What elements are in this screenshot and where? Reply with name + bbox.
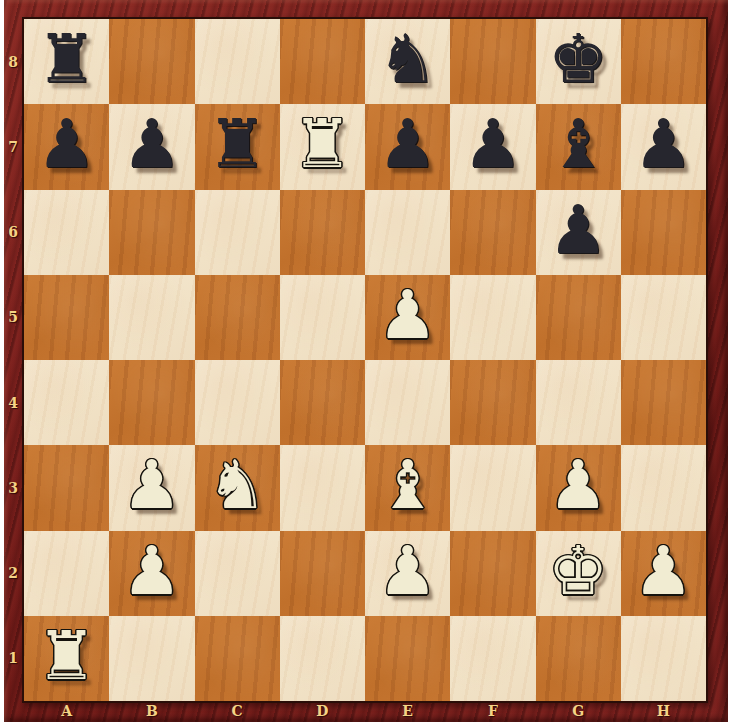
square-a8[interactable]: ♜ [24, 19, 109, 104]
piece-white-pawn[interactable]: ♟ [122, 452, 182, 519]
rank-label-4: 4 [8, 395, 18, 411]
piece-white-pawn[interactable]: ♟ [548, 452, 608, 519]
square-h8[interactable] [621, 19, 706, 104]
piece-black-king[interactable]: ♚ [548, 26, 608, 93]
square-f1[interactable] [450, 616, 535, 701]
square-c2[interactable] [195, 531, 280, 616]
square-c8[interactable] [195, 19, 280, 104]
square-e4[interactable] [365, 360, 450, 445]
square-f6[interactable] [450, 190, 535, 275]
piece-white-pawn[interactable]: ♟ [122, 538, 182, 605]
square-h1[interactable] [621, 616, 706, 701]
rank-label-3: 3 [8, 480, 18, 496]
square-b5[interactable] [109, 275, 194, 360]
square-d8[interactable] [280, 19, 365, 104]
piece-black-knight[interactable]: ♞ [378, 26, 438, 93]
square-c1[interactable] [195, 616, 280, 701]
square-b8[interactable] [109, 19, 194, 104]
piece-white-bishop[interactable]: ♝ [378, 452, 438, 519]
rank-label-5: 5 [8, 309, 18, 325]
piece-white-knight[interactable]: ♞ [207, 452, 267, 519]
file-label-b: B [146, 703, 158, 719]
piece-white-rook[interactable]: ♜ [37, 623, 97, 690]
square-b4[interactable] [109, 360, 194, 445]
square-d4[interactable] [280, 360, 365, 445]
square-h6[interactable] [621, 190, 706, 275]
piece-black-pawn[interactable]: ♟ [378, 111, 438, 178]
file-label-f: F [488, 703, 498, 719]
square-h7[interactable]: ♟ [621, 104, 706, 189]
chess-board: ♜♞♚♟♟♜♜♟♟♝♟♟♟♟♞♝♟♟♟♚♟♜ [22, 17, 708, 703]
rank-label-7: 7 [8, 139, 18, 155]
file-label-a: A [61, 703, 72, 719]
square-g8[interactable]: ♚ [536, 19, 621, 104]
piece-black-pawn[interactable]: ♟ [633, 111, 693, 178]
piece-black-rook[interactable]: ♜ [207, 111, 267, 178]
square-c5[interactable] [195, 275, 280, 360]
file-label-d: D [316, 703, 328, 719]
square-f2[interactable] [450, 531, 535, 616]
square-e3[interactable]: ♝ [365, 445, 450, 530]
piece-black-rook[interactable]: ♜ [37, 26, 97, 93]
square-g1[interactable] [536, 616, 621, 701]
square-e5[interactable]: ♟ [365, 275, 450, 360]
piece-black-pawn[interactable]: ♟ [122, 111, 182, 178]
file-label-e: E [402, 703, 413, 719]
square-f4[interactable] [450, 360, 535, 445]
square-b6[interactable] [109, 190, 194, 275]
square-g4[interactable] [536, 360, 621, 445]
rank-label-6: 6 [8, 224, 18, 240]
square-d7[interactable]: ♜ [280, 104, 365, 189]
square-h2[interactable]: ♟ [621, 531, 706, 616]
piece-black-bishop[interactable]: ♝ [548, 111, 608, 178]
square-d1[interactable] [280, 616, 365, 701]
square-c4[interactable] [195, 360, 280, 445]
chess-diagram: ♜♞♚♟♟♜♜♟♟♝♟♟♟♟♞♝♟♟♟♚♟♜ 87654321ABCDEFGH [0, 0, 730, 727]
square-h3[interactable] [621, 445, 706, 530]
piece-white-king[interactable]: ♚ [548, 538, 608, 605]
piece-white-pawn[interactable]: ♟ [378, 282, 438, 349]
square-e7[interactable]: ♟ [365, 104, 450, 189]
square-d3[interactable] [280, 445, 365, 530]
rank-label-8: 8 [8, 54, 18, 70]
square-a1[interactable]: ♜ [24, 616, 109, 701]
file-label-g: G [572, 703, 584, 719]
square-f7[interactable]: ♟ [450, 104, 535, 189]
square-a5[interactable] [24, 275, 109, 360]
square-g2[interactable]: ♚ [536, 531, 621, 616]
square-g7[interactable]: ♝ [536, 104, 621, 189]
square-b2[interactable]: ♟ [109, 531, 194, 616]
square-h4[interactable] [621, 360, 706, 445]
square-e1[interactable] [365, 616, 450, 701]
square-e6[interactable] [365, 190, 450, 275]
square-h5[interactable] [621, 275, 706, 360]
piece-black-pawn[interactable]: ♟ [463, 111, 523, 178]
square-f3[interactable] [450, 445, 535, 530]
piece-black-pawn[interactable]: ♟ [37, 111, 97, 178]
board-frame: ♜♞♚♟♟♜♜♟♟♝♟♟♟♟♞♝♟♟♟♚♟♜ 87654321ABCDEFGH [4, 0, 728, 722]
square-d5[interactable] [280, 275, 365, 360]
piece-white-pawn[interactable]: ♟ [633, 538, 693, 605]
square-e2[interactable]: ♟ [365, 531, 450, 616]
square-b7[interactable]: ♟ [109, 104, 194, 189]
square-a2[interactable] [24, 531, 109, 616]
square-a4[interactable] [24, 360, 109, 445]
square-g3[interactable]: ♟ [536, 445, 621, 530]
file-label-c: C [232, 703, 243, 719]
square-f8[interactable] [450, 19, 535, 104]
square-c6[interactable] [195, 190, 280, 275]
square-g6[interactable]: ♟ [536, 190, 621, 275]
square-c3[interactable]: ♞ [195, 445, 280, 530]
square-f5[interactable] [450, 275, 535, 360]
rank-label-2: 2 [8, 565, 18, 581]
rank-label-1: 1 [8, 650, 18, 666]
square-a6[interactable] [24, 190, 109, 275]
square-d6[interactable] [280, 190, 365, 275]
square-g5[interactable] [536, 275, 621, 360]
square-a3[interactable] [24, 445, 109, 530]
piece-white-rook[interactable]: ♜ [292, 111, 352, 178]
square-b3[interactable]: ♟ [109, 445, 194, 530]
square-b1[interactable] [109, 616, 194, 701]
square-c7[interactable]: ♜ [195, 104, 280, 189]
square-a7[interactable]: ♟ [24, 104, 109, 189]
file-label-h: H [657, 703, 670, 719]
piece-white-pawn[interactable]: ♟ [378, 538, 438, 605]
piece-black-pawn[interactable]: ♟ [548, 197, 608, 264]
square-e8[interactable]: ♞ [365, 19, 450, 104]
square-d2[interactable] [280, 531, 365, 616]
